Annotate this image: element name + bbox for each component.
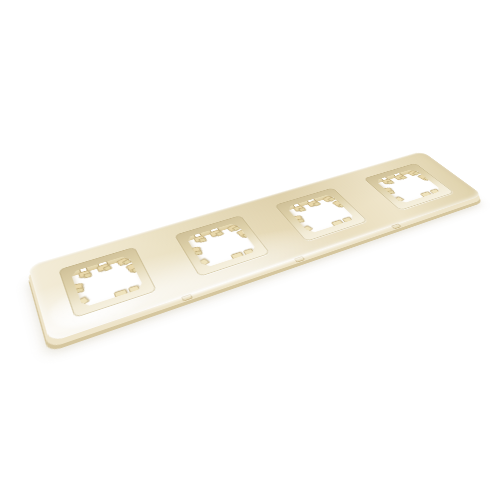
- edge-lug: [181, 294, 193, 302]
- mounting-clip: [381, 179, 393, 185]
- mounting-clip: [193, 235, 205, 242]
- frame-window-3: [275, 188, 369, 242]
- switch-frame-plate: [28, 151, 483, 343]
- product-photo: [0, 0, 500, 500]
- mounting-clip: [293, 205, 305, 211]
- frame-window-4: [363, 163, 454, 211]
- frame-window-1: [58, 247, 157, 318]
- mounting-clip: [393, 174, 405, 180]
- mounting-clip: [78, 270, 90, 278]
- frame-window-2: [174, 215, 270, 277]
- edge-lug: [293, 256, 305, 263]
- edge-lug: [391, 223, 402, 229]
